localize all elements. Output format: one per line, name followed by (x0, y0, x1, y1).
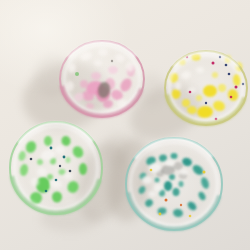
scene-svg (0, 0, 250, 250)
bowls-layer (10, 41, 247, 232)
pink-bowl (15, 41, 144, 139)
glass-bowls-photo (0, 0, 250, 250)
teal-bowl (102, 133, 222, 230)
